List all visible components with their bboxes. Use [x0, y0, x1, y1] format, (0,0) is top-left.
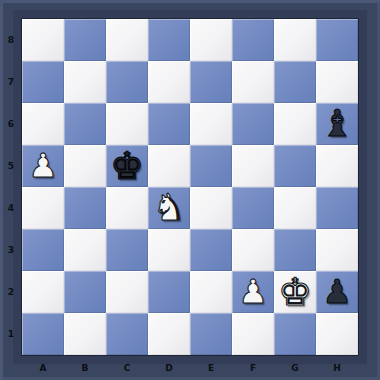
- square-b3[interactable]: [64, 229, 106, 271]
- square-d3[interactable]: [148, 229, 190, 271]
- square-f3[interactable]: [232, 229, 274, 271]
- square-b4[interactable]: [64, 187, 106, 229]
- square-a1[interactable]: [22, 313, 64, 355]
- file-label-g: G: [274, 356, 316, 376]
- square-f1[interactable]: [232, 313, 274, 355]
- white-knight[interactable]: ♞: [148, 187, 190, 229]
- rank-label-2: 2: [0, 271, 22, 313]
- square-d5[interactable]: [148, 145, 190, 187]
- square-e4[interactable]: [190, 187, 232, 229]
- square-b5[interactable]: [64, 145, 106, 187]
- rank-label-8: 8: [0, 19, 22, 61]
- square-h3[interactable]: [316, 229, 358, 271]
- rank-labels: 87654321: [0, 19, 22, 355]
- square-g3[interactable]: [274, 229, 316, 271]
- square-g8[interactable]: [274, 19, 316, 61]
- black-pawn[interactable]: ♟: [316, 271, 358, 313]
- square-h5[interactable]: [316, 145, 358, 187]
- square-d1[interactable]: [148, 313, 190, 355]
- square-b7[interactable]: [64, 61, 106, 103]
- rank-label-3: 3: [0, 229, 22, 271]
- square-h4[interactable]: [316, 187, 358, 229]
- square-a4[interactable]: [22, 187, 64, 229]
- black-king[interactable]: ♚: [106, 145, 148, 187]
- square-f8[interactable]: [232, 19, 274, 61]
- square-f7[interactable]: [232, 61, 274, 103]
- square-c4[interactable]: [106, 187, 148, 229]
- square-c1[interactable]: [106, 313, 148, 355]
- square-g6[interactable]: [274, 103, 316, 145]
- black-bishop[interactable]: ♝: [316, 103, 358, 145]
- square-d2[interactable]: [148, 271, 190, 313]
- square-h2[interactable]: ♟: [316, 271, 358, 313]
- square-d7[interactable]: [148, 61, 190, 103]
- rank-label-5: 5: [0, 145, 22, 187]
- square-c3[interactable]: [106, 229, 148, 271]
- square-b2[interactable]: [64, 271, 106, 313]
- square-d6[interactable]: [148, 103, 190, 145]
- square-e2[interactable]: [190, 271, 232, 313]
- square-a6[interactable]: [22, 103, 64, 145]
- square-g4[interactable]: [274, 187, 316, 229]
- rank-label-1: 1: [0, 313, 22, 355]
- chess-board-frame: ♝♟♚♞♟♚♟ 87654321 ABCDEFGH: [0, 0, 380, 380]
- square-e1[interactable]: [190, 313, 232, 355]
- rank-label-6: 6: [0, 103, 22, 145]
- square-g1[interactable]: [274, 313, 316, 355]
- white-pawn[interactable]: ♟: [232, 271, 274, 313]
- square-e7[interactable]: [190, 61, 232, 103]
- file-label-e: E: [190, 356, 232, 376]
- square-a8[interactable]: [22, 19, 64, 61]
- square-f4[interactable]: [232, 187, 274, 229]
- square-g2[interactable]: ♚: [274, 271, 316, 313]
- file-label-d: D: [148, 356, 190, 376]
- chess-board: ♝♟♚♞♟♚♟: [22, 19, 358, 355]
- square-a5[interactable]: ♟: [22, 145, 64, 187]
- square-d4[interactable]: ♞: [148, 187, 190, 229]
- square-a3[interactable]: [22, 229, 64, 271]
- white-king[interactable]: ♚: [274, 271, 316, 313]
- square-e6[interactable]: [190, 103, 232, 145]
- square-d8[interactable]: [148, 19, 190, 61]
- square-a2[interactable]: [22, 271, 64, 313]
- square-c2[interactable]: [106, 271, 148, 313]
- square-b8[interactable]: [64, 19, 106, 61]
- square-g7[interactable]: [274, 61, 316, 103]
- square-h1[interactable]: [316, 313, 358, 355]
- file-label-c: C: [106, 356, 148, 376]
- square-h7[interactable]: [316, 61, 358, 103]
- white-pawn[interactable]: ♟: [22, 145, 64, 187]
- square-c8[interactable]: [106, 19, 148, 61]
- file-label-f: F: [232, 356, 274, 376]
- square-b6[interactable]: [64, 103, 106, 145]
- file-label-h: H: [316, 356, 358, 376]
- square-f2[interactable]: ♟: [232, 271, 274, 313]
- square-e3[interactable]: [190, 229, 232, 271]
- square-g5[interactable]: [274, 145, 316, 187]
- square-f5[interactable]: [232, 145, 274, 187]
- rank-label-7: 7: [0, 61, 22, 103]
- rank-label-4: 4: [0, 187, 22, 229]
- square-f6[interactable]: [232, 103, 274, 145]
- file-label-a: A: [22, 356, 64, 376]
- square-a7[interactable]: [22, 61, 64, 103]
- file-label-b: B: [64, 356, 106, 376]
- square-h6[interactable]: ♝: [316, 103, 358, 145]
- square-b1[interactable]: [64, 313, 106, 355]
- square-e5[interactable]: [190, 145, 232, 187]
- square-c6[interactable]: [106, 103, 148, 145]
- file-labels: ABCDEFGH: [22, 356, 358, 376]
- square-c5[interactable]: ♚: [106, 145, 148, 187]
- square-e8[interactable]: [190, 19, 232, 61]
- square-h8[interactable]: [316, 19, 358, 61]
- square-c7[interactable]: [106, 61, 148, 103]
